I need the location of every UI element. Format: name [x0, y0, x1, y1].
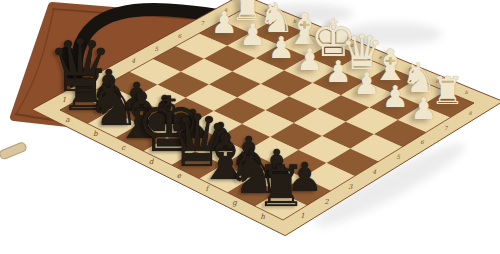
rank-label-right-5: 5 — [396, 154, 400, 160]
white-pawn-c7: ♟ — [268, 32, 295, 62]
rank-label-left-6: 6 — [178, 33, 182, 39]
white-pawn-d7: ♟ — [297, 45, 324, 75]
rank-label-left-5: 5 — [154, 46, 158, 52]
black-rook-h1: ♜ — [255, 158, 306, 215]
white-pawn-h7: ♟ — [410, 94, 437, 124]
white-pawn-b7: ♟ — [240, 20, 267, 50]
white-pawn-a7: ♟ — [211, 8, 238, 38]
rank-label-right-2: 2 — [324, 198, 329, 206]
white-pawn-e7: ♟ — [325, 57, 352, 87]
white-pawn-g7: ♟ — [382, 81, 409, 111]
bag-zipper-pull — [0, 142, 27, 160]
rank-label-right-6: 6 — [420, 139, 424, 145]
white-pawn-f7: ♟ — [354, 69, 381, 99]
product-photo-chess-set: aabbccddeeffgghh1122334455667788 ♜♞♝♚♛♝♞… — [0, 0, 500, 254]
